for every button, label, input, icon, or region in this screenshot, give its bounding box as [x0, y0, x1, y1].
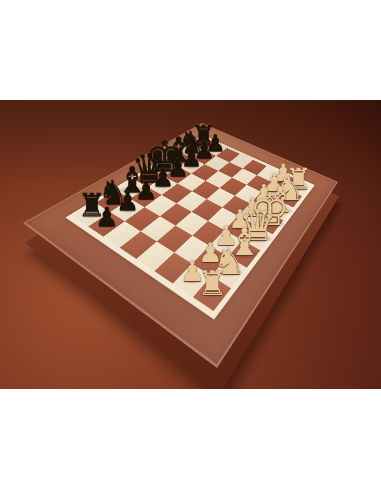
piece-white-rook-a1[interactable]: ♜ [197, 266, 228, 300]
piece-black-pawn-a7[interactable]: ♟ [95, 204, 119, 230]
chessboard-photo: ♜♞♝♛♚♝♞♜♟♟♟♟♟♟♟♟♟♟♟♟♟♟♟♟♜♞♝♛♚♝♞♜ [0, 100, 381, 389]
piece-black-pawn-b7[interactable]: ♟ [116, 190, 139, 216]
screenshot-canvas: { "game": "chess", "position": "rnbqkbnr… [0, 0, 381, 492]
